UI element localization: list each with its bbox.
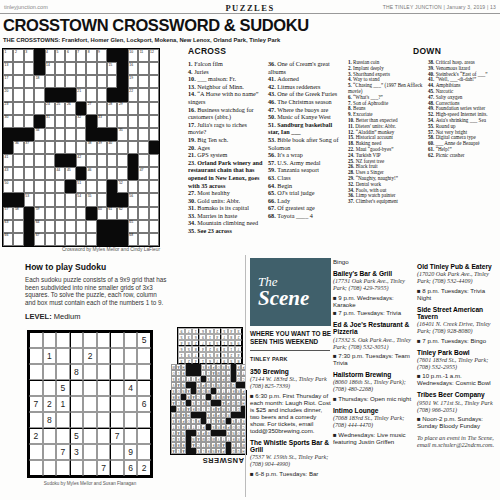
crossword-cell[interactable]: 29 [117, 102, 127, 115]
crossword-cell[interactable] [117, 115, 127, 128]
sudoku-cell[interactable] [43, 428, 57, 444]
crossword-cell[interactable] [107, 167, 117, 180]
sudoku-cell[interactable] [29, 460, 43, 476]
sudoku-cell[interactable]: 2 [43, 396, 57, 412]
sudoku-cell[interactable] [29, 348, 43, 364]
sudoku-cell[interactable] [29, 444, 43, 460]
crossword-cell[interactable]: 43 [3, 167, 13, 180]
crossword-cell[interactable] [24, 115, 34, 128]
crossword-cell[interactable] [34, 88, 44, 101]
crossword-cell[interactable]: 67 [34, 233, 44, 246]
crossword-cell[interactable] [138, 102, 148, 115]
crossword-cell[interactable]: 45 [65, 167, 75, 180]
crossword-cell-number: 58 [15, 207, 19, 211]
crossword-cell[interactable] [13, 233, 23, 246]
crossword-cell[interactable] [128, 128, 138, 141]
crossword-cell[interactable]: 12 [149, 49, 159, 62]
crossword-cell[interactable]: 16 [128, 62, 138, 75]
answer-crossword-cell: S [201, 364, 206, 370]
sudoku-grid[interactable]: 51285472168257739762 [27, 330, 153, 478]
crossword-cell[interactable] [138, 88, 148, 101]
sudoku-cell[interactable] [110, 332, 124, 348]
crossword-cell[interactable] [138, 115, 148, 128]
crossword-cell[interactable] [45, 193, 55, 206]
sudoku-cell[interactable]: 9 [124, 444, 138, 460]
crossword-cell[interactable] [86, 180, 96, 193]
crossword-cell[interactable]: 2 [13, 49, 23, 62]
crossword-cell[interactable] [13, 167, 23, 180]
crossword-cell[interactable] [107, 154, 117, 167]
crossword-cell[interactable]: 34 [34, 128, 44, 141]
crossword-cell[interactable] [55, 193, 65, 206]
crossword-cell[interactable] [117, 141, 127, 154]
crossword-cell[interactable]: 46 [86, 167, 96, 180]
sudoku-cell[interactable]: 3 [70, 444, 84, 460]
crossword-grid[interactable]: 1234567891011121314151617181920212223242… [2, 48, 160, 247]
sudoku-cell[interactable] [110, 412, 124, 428]
crossword-cell[interactable] [149, 115, 159, 128]
crossword-cell[interactable] [24, 62, 34, 75]
clue-number: 43. [268, 90, 277, 97]
crossword-cell[interactable] [76, 207, 86, 220]
sudoku-cell[interactable] [43, 460, 57, 476]
crossword-cell[interactable] [86, 62, 96, 75]
sudoku-cell[interactable] [137, 364, 151, 380]
sudoku-cell[interactable] [43, 332, 57, 348]
crossword-cell[interactable] [138, 128, 148, 141]
answer-sudoku-cell: 5 [206, 352, 213, 358]
crossword-cell[interactable] [149, 233, 159, 246]
crossword-cell[interactable] [86, 88, 96, 101]
crossword-cell[interactable] [45, 167, 55, 180]
sudoku-cell[interactable] [70, 332, 84, 348]
crossword-cell[interactable] [76, 128, 86, 141]
sudoku-cell[interactable] [97, 412, 111, 428]
crossword-cell[interactable]: 19 [128, 75, 138, 88]
crossword-cell[interactable]: 35 [117, 128, 127, 141]
scene-venue-address: (17020 Oak Park Ave., Tinley Park; (708)… [417, 271, 498, 285]
sudoku-cell[interactable] [124, 332, 138, 348]
crossword-cell[interactable]: 33 [97, 115, 107, 128]
sudoku-cell[interactable]: 2 [29, 428, 43, 444]
crossword-cell[interactable] [138, 75, 148, 88]
crossword-cell[interactable]: 41 [3, 154, 13, 167]
sudoku-cell[interactable] [83, 380, 97, 396]
crossword-cell[interactable] [55, 220, 65, 233]
sudoku-cell[interactable]: 1 [43, 348, 57, 364]
sudoku-cell[interactable]: 1 [56, 396, 70, 412]
sudoku-cell[interactable] [137, 428, 151, 444]
crossword-cell[interactable]: 9 [97, 49, 107, 62]
sudoku-cell[interactable] [56, 348, 70, 364]
crossword-cell[interactable] [138, 154, 148, 167]
sudoku-cell[interactable] [29, 364, 43, 380]
crossword-cell-number: 39 [98, 141, 102, 145]
crossword-cell[interactable] [107, 75, 117, 88]
sudoku-cell[interactable] [124, 428, 138, 444]
crossword-cell[interactable] [117, 154, 127, 167]
sudoku-cell[interactable]: 6 [137, 396, 151, 412]
sudoku-cell[interactable]: 4 [124, 380, 138, 396]
crossword-cell[interactable]: 37 [24, 141, 34, 154]
sudoku-cell[interactable] [137, 380, 151, 396]
crossword-cell[interactable] [55, 233, 65, 246]
crossword-cell[interactable] [65, 62, 75, 75]
crossword-cell[interactable] [13, 220, 23, 233]
crossword-cell[interactable] [13, 75, 23, 88]
across-clue: 68. Toyota ____ 4 [268, 212, 344, 220]
crossword-cell[interactable] [65, 193, 75, 206]
sudoku-cell[interactable] [137, 412, 151, 428]
page-title: CROSSTOWN CROSSWORD & SUDOKU [3, 16, 309, 35]
crossword-cell[interactable] [45, 233, 55, 246]
crossword-cell[interactable] [97, 154, 107, 167]
crossword-cell[interactable]: 61 [107, 207, 117, 220]
sudoku-cell[interactable] [97, 444, 111, 460]
sudoku-cell[interactable] [43, 364, 57, 380]
crossword-cell[interactable]: 32 [76, 115, 86, 128]
crossword-cell[interactable] [65, 75, 75, 88]
crossword-cell[interactable] [55, 62, 65, 75]
crossword-cell[interactable]: 58 [13, 207, 23, 220]
scene-event: ■ 10 p.m.-1 a.m. Wednesdays: Cosmic Bowl [417, 372, 498, 386]
crossword-cell[interactable] [149, 154, 159, 167]
crossword-cell[interactable] [97, 102, 107, 115]
crossword-cell[interactable]: 5 [55, 49, 65, 62]
crossword-cell[interactable] [45, 75, 55, 88]
crossword-cell[interactable] [55, 75, 65, 88]
crossword-black-cell [117, 75, 127, 88]
crossword-cell[interactable] [149, 207, 159, 220]
crossword-cell[interactable] [34, 167, 44, 180]
crossword-cell[interactable]: 57 [3, 207, 13, 220]
crossword-cell[interactable] [24, 88, 34, 101]
crossword-cell[interactable] [34, 193, 44, 206]
crossword-cell[interactable] [55, 115, 65, 128]
crossword-cell[interactable]: 55 [86, 193, 96, 206]
crossword-cell[interactable] [65, 128, 75, 141]
crossword-cell[interactable] [34, 180, 44, 193]
page-title-main: CROSSTOWN CROSSWORD [3, 16, 220, 34]
sudoku-cell[interactable] [56, 364, 70, 380]
crossword-cell[interactable] [65, 115, 75, 128]
crossword-cell[interactable]: 26 [65, 102, 75, 115]
crossword-cell[interactable] [107, 115, 117, 128]
sudoku-cell[interactable] [56, 428, 70, 444]
sudoku-cell[interactable] [124, 396, 138, 412]
sudoku-cell[interactable]: 7 [97, 460, 111, 476]
crossword-cell[interactable]: 36 [13, 141, 23, 154]
crossword-cell[interactable] [149, 167, 159, 180]
crossword-cell[interactable]: 39 [97, 141, 107, 154]
howto-heading: How to play Sudoku [25, 262, 106, 272]
crossword-cell-number: 23 [5, 102, 9, 106]
sudoku-cell[interactable] [83, 444, 97, 460]
answer-sudoku-cell: 4 [199, 346, 206, 352]
crossword-cell[interactable]: 10 [128, 49, 138, 62]
answer-crossword-cell: K [171, 412, 176, 418]
crossword-cell[interactable] [138, 207, 148, 220]
crossword-cell[interactable] [76, 141, 86, 154]
crossword-cell[interactable]: 7 [76, 49, 86, 62]
sudoku-cell[interactable]: 7 [56, 444, 70, 460]
crossword-cell[interactable] [13, 154, 23, 167]
crossword-black-cell [86, 207, 96, 220]
crossword-cell[interactable] [13, 180, 23, 193]
crossword-cell[interactable] [138, 62, 148, 75]
crossword-cell[interactable] [86, 75, 96, 88]
crossword-cell[interactable] [55, 128, 65, 141]
sudoku-cell[interactable] [110, 380, 124, 396]
crossword-cell[interactable] [24, 154, 34, 167]
crossword-cell[interactable] [86, 220, 96, 233]
crossword-cell[interactable] [65, 207, 75, 220]
crossword-cell[interactable] [76, 220, 86, 233]
crossword-cell[interactable] [149, 193, 159, 206]
sudoku-cell[interactable]: 8 [43, 412, 57, 428]
sudoku-cell[interactable]: 7 [110, 428, 124, 444]
crossword-credit: Crossword by Myles Mellor and Cindy LaFl… [58, 247, 160, 252]
clue-number: 34. [188, 219, 197, 226]
crossword-cell[interactable]: 18 [34, 75, 44, 88]
answer-crossword-cell: S [231, 442, 236, 448]
crossword-cell[interactable]: 50 [3, 180, 13, 193]
crossword-cell[interactable] [45, 154, 55, 167]
answers-label: ANSWERS [170, 456, 244, 465]
crossword-cell[interactable] [45, 207, 55, 220]
crossword-cell[interactable] [55, 180, 65, 193]
crossword-cell[interactable]: 66 [3, 233, 13, 246]
crossword-cell[interactable] [86, 233, 96, 246]
crossword-cell[interactable]: 13 [3, 62, 13, 75]
sudoku-cell[interactable] [83, 332, 97, 348]
crossword-cell[interactable] [138, 220, 148, 233]
crossword-cell[interactable] [13, 115, 23, 128]
answer-crossword-cell: E [226, 382, 231, 388]
crossword-cell[interactable]: 21 [76, 88, 86, 101]
answer-crossword-black-cell [206, 424, 211, 430]
crossword-cell[interactable] [117, 167, 127, 180]
sudoku-cell[interactable]: 2 [83, 348, 97, 364]
sudoku-cell[interactable] [56, 332, 70, 348]
crossword-cell[interactable] [97, 75, 107, 88]
sudoku-cell[interactable] [97, 428, 111, 444]
answer-crossword-cell: O [186, 418, 191, 424]
sudoku-cell[interactable] [43, 444, 57, 460]
crossword-cell[interactable] [128, 180, 138, 193]
crossword-cell[interactable] [45, 180, 55, 193]
crossword-cell[interactable] [13, 88, 23, 101]
answer-crossword-cell: P [181, 418, 186, 424]
crossword-cell[interactable] [24, 167, 34, 180]
answer-crossword-black-cell [231, 370, 236, 376]
crossword-cell[interactable] [55, 207, 65, 220]
crossword-cell[interactable]: 22 [128, 88, 138, 101]
crossword-cell[interactable] [65, 233, 75, 246]
crossword-cell[interactable] [34, 154, 44, 167]
crossword-black-cell [107, 220, 117, 233]
scene-column-3: Old Tinley Pub & Eatery(17020 Oak Park A… [417, 258, 498, 449]
crossword-cell[interactable] [128, 207, 138, 220]
sudoku-cell[interactable] [29, 380, 43, 396]
crossword-cell[interactable]: 27 [86, 102, 96, 115]
sudoku-cell[interactable] [110, 460, 124, 476]
crossword-cell-number: 9 [98, 50, 100, 54]
sudoku-cell[interactable] [124, 348, 138, 364]
crossword-cell[interactable] [128, 115, 138, 128]
sudoku-cell[interactable] [83, 428, 97, 444]
crossword-cell[interactable]: 59 [34, 207, 44, 220]
crossword-cell[interactable] [97, 167, 107, 180]
sudoku-cell[interactable] [110, 444, 124, 460]
sudoku-cell[interactable] [110, 348, 124, 364]
crossword-cell[interactable]: 60 [97, 207, 107, 220]
crossword-cell[interactable]: 6 [65, 49, 75, 62]
crossword-cell[interactable] [24, 75, 34, 88]
sudoku-cell[interactable] [97, 364, 111, 380]
crossword-cell[interactable]: 54 [76, 193, 86, 206]
crossword-black-cell [34, 49, 44, 62]
crossword-cell[interactable]: 52 [117, 180, 127, 193]
crossword-cell[interactable] [149, 62, 159, 75]
crossword-cell[interactable]: 8 [86, 49, 96, 62]
crossword-cell[interactable] [65, 220, 75, 233]
sudoku-cell[interactable] [97, 332, 111, 348]
sudoku-cell[interactable] [70, 412, 84, 428]
sudoku-cell[interactable]: 5 [70, 428, 84, 444]
crossword-cell[interactable] [24, 102, 34, 115]
answer-crossword-cell: P [221, 376, 226, 382]
crossword-cell[interactable]: 28 [107, 102, 117, 115]
sudoku-cell[interactable]: 6 [124, 460, 138, 476]
sudoku-cell[interactable]: 5 [56, 380, 70, 396]
crossword-cell[interactable] [34, 102, 44, 115]
crossword-cell[interactable] [34, 141, 44, 154]
crossword-cell[interactable] [128, 102, 138, 115]
crossword-cell[interactable]: 44 [55, 167, 65, 180]
crossword-cell[interactable] [13, 62, 23, 75]
crossword-cell[interactable] [45, 128, 55, 141]
crossword-cell-number: 7 [77, 50, 79, 54]
crossword-cell[interactable] [76, 233, 86, 246]
sudoku-cell[interactable] [70, 460, 84, 476]
crossword-cell[interactable]: 63 [3, 220, 13, 233]
crossword-cell[interactable]: 30 [3, 115, 13, 128]
sudoku-cell[interactable] [56, 412, 70, 428]
sudoku-cell[interactable] [29, 332, 43, 348]
sudoku-cell[interactable] [137, 444, 151, 460]
sudoku-cell[interactable]: 8 [70, 364, 84, 380]
crossword-cell[interactable]: 53 [24, 193, 34, 206]
sudoku-cell[interactable] [124, 364, 138, 380]
crossword-cell[interactable] [149, 180, 159, 193]
crossword-cell[interactable] [97, 62, 107, 75]
crossword-cell[interactable] [97, 180, 107, 193]
crossword-cell[interactable]: 64 [34, 220, 44, 233]
crossword-cell[interactable]: 23 [3, 102, 13, 115]
crossword-cell[interactable]: 65 [128, 220, 138, 233]
crossword-cell[interactable]: 68 [128, 233, 138, 246]
crossword-cell[interactable] [86, 154, 96, 167]
crossword-cell[interactable]: 15 [107, 62, 117, 75]
crossword-cell[interactable]: 20 [3, 88, 13, 101]
sudoku-cell[interactable] [83, 460, 97, 476]
crossword-cell[interactable] [149, 220, 159, 233]
sudoku-cell[interactable] [56, 460, 70, 476]
crossword-cell[interactable] [149, 128, 159, 141]
crossword-cell[interactable]: 3 [24, 49, 34, 62]
crossword-cell[interactable]: 56 [128, 193, 138, 206]
sudoku-cell[interactable] [97, 348, 111, 364]
crossword-cell[interactable] [138, 233, 148, 246]
crossword-cell[interactable] [138, 193, 148, 206]
sudoku-cell[interactable] [43, 380, 57, 396]
crossword-cell[interactable]: 11 [138, 49, 148, 62]
crossword-cell[interactable]: 14 [45, 62, 55, 75]
crossword-cell[interactable]: 24 [45, 102, 55, 115]
crossword-cell[interactable] [149, 88, 159, 101]
crossword-cell[interactable] [97, 88, 107, 101]
sudoku-cell[interactable] [124, 412, 138, 428]
sudoku-cell[interactable] [97, 380, 111, 396]
crossword-cell[interactable] [45, 220, 55, 233]
answer-crossword-cell: M [221, 418, 226, 424]
crossword-cell[interactable]: 62 [117, 207, 127, 220]
crossword-cell[interactable] [76, 62, 86, 75]
sudoku-cell[interactable] [70, 380, 84, 396]
sudoku-cell[interactable] [97, 396, 111, 412]
sudoku-cell[interactable] [83, 364, 97, 380]
sudoku-cell[interactable]: 7 [29, 396, 43, 412]
crossword-cell[interactable]: 17 [3, 75, 13, 88]
crossword-cell[interactable]: 31 [45, 115, 55, 128]
crossword-cell[interactable] [55, 141, 65, 154]
answer-crossword-cell: O [221, 382, 226, 388]
crossword-cell[interactable] [76, 75, 86, 88]
crossword-cell[interactable] [97, 193, 107, 206]
crossword-cell[interactable] [149, 102, 159, 115]
crossword-cell[interactable] [24, 180, 34, 193]
sudoku-cell[interactable] [70, 396, 84, 412]
sudoku-cell[interactable] [29, 412, 43, 428]
sudoku-cell[interactable]: 2 [137, 460, 151, 476]
sudoku-cell[interactable] [110, 364, 124, 380]
answer-crossword-cell: O [176, 388, 181, 394]
sudoku-cell[interactable] [83, 412, 97, 428]
crossword-cell[interactable] [138, 141, 148, 154]
crossword-cell[interactable]: 4 [45, 49, 55, 62]
answer-crossword-black-cell [206, 394, 211, 400]
crossword-cell[interactable]: 38 [86, 141, 96, 154]
crossword-cell[interactable]: 51 [76, 180, 86, 193]
sudoku-cell[interactable] [70, 348, 84, 364]
sudoku-cell[interactable] [110, 396, 124, 412]
crossword-cell[interactable]: 25 [55, 102, 65, 115]
sudoku-cell[interactable] [137, 348, 151, 364]
crossword-cell[interactable]: 40 [107, 141, 117, 154]
crossword-cell[interactable] [45, 141, 55, 154]
crossword-cell[interactable] [149, 75, 159, 88]
crossword-cell[interactable] [13, 102, 23, 115]
crossword-cell[interactable]: 47 [138, 167, 148, 180]
crossword-cell[interactable] [138, 180, 148, 193]
crossword-cell[interactable]: 1 [3, 49, 13, 62]
crossword-cell[interactable]: 42 [76, 154, 86, 167]
crossword-cell[interactable] [65, 141, 75, 154]
sudoku-cell[interactable] [83, 396, 97, 412]
crossword-cell[interactable] [128, 141, 138, 154]
sudoku-cell[interactable]: 5 [137, 332, 151, 348]
